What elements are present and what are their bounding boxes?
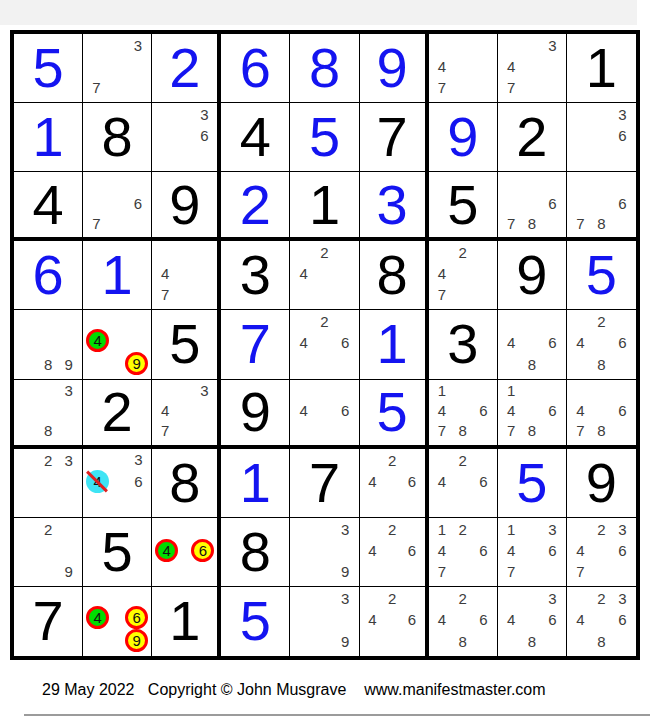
candidate-4: 4	[570, 609, 591, 630]
candidate-3: 3	[58, 450, 79, 471]
given-digit: 4	[32, 177, 63, 233]
cell-r1c7[interactable]: 47	[429, 34, 498, 103]
cell-r4c8[interactable]: 9	[498, 241, 567, 310]
candidate-1: 1	[432, 519, 453, 540]
given-digit: 8	[169, 455, 200, 511]
given-digit: 1	[169, 593, 200, 649]
candidate-6: 6	[473, 401, 494, 421]
cell-r6c6[interactable]: 5	[360, 380, 429, 449]
candidate-9: 9	[335, 561, 356, 582]
solved-digit: 5	[516, 455, 547, 511]
pencilmarks: 24	[293, 242, 355, 305]
cell-r7c8[interactable]: 5	[498, 449, 567, 518]
cell-r8c3[interactable]: 46	[152, 518, 221, 587]
pencilmarks: 38	[17, 381, 79, 441]
candidate-7: 7	[501, 561, 522, 582]
candidate-7: 7	[155, 284, 175, 305]
cell-r7c5[interactable]: 7	[290, 449, 359, 518]
pencilmarks: 14678	[501, 381, 563, 441]
candidate-8: 8	[521, 631, 542, 652]
pencilmarks: 46	[155, 519, 214, 582]
given-digit: 5	[169, 316, 200, 372]
cell-r9c1[interactable]: 7	[14, 587, 83, 656]
candidate-4-cyan-eliminated: 4	[86, 470, 109, 493]
candidate-8: 8	[591, 354, 612, 375]
candidate-6: 6	[128, 193, 149, 213]
pencilmarks: 246	[432, 450, 494, 513]
cell-r5c9[interactable]: 2468	[567, 310, 636, 379]
cell-r4c7[interactable]: 247	[429, 241, 498, 310]
candidate-2: 2	[314, 242, 335, 263]
candidate-2: 2	[452, 588, 473, 609]
cell-r6c8[interactable]: 14678	[498, 380, 567, 449]
candidate-6: 6	[542, 609, 563, 630]
candidate-4: 4	[293, 401, 314, 421]
cell-r3c2[interactable]: 67	[83, 172, 152, 241]
cell-r5c7[interactable]: 3	[429, 310, 498, 379]
candidate-2: 2	[452, 519, 473, 540]
candidate-6: 6	[473, 540, 494, 561]
footer-caption: 29 May 2022 Copyright © John Musgrave ww…	[42, 681, 546, 699]
given-digit: 1	[309, 177, 340, 233]
candidate-4-green-circle: 4	[155, 539, 178, 562]
candidate-2: 2	[382, 450, 402, 471]
candidate-3: 3	[129, 450, 149, 470]
given-digit: 5	[447, 177, 478, 233]
cell-r6c5[interactable]: 46	[290, 380, 359, 449]
candidate-6: 6	[195, 125, 215, 146]
cell-r7c7[interactable]: 246	[429, 449, 498, 518]
candidate-8: 8	[591, 421, 612, 441]
pencilmarks: 23468	[570, 588, 633, 652]
candidate-4: 4	[570, 401, 591, 421]
candidate-3: 3	[128, 35, 149, 56]
pencilmarks: 29	[17, 519, 79, 582]
candidate-4-green-circle: 4	[86, 606, 109, 629]
candidate-6: 6	[612, 540, 633, 561]
cell-r3c5[interactable]: 1	[290, 172, 359, 241]
pencilmarks: 2468	[570, 311, 633, 374]
pencilmarks: 39	[293, 588, 355, 652]
cell-r1c4[interactable]: 6	[221, 34, 290, 103]
cell-r8c5[interactable]: 39	[290, 518, 359, 587]
candidate-7: 7	[155, 421, 175, 441]
candidate-6: 6	[542, 540, 563, 561]
candidate-6-yellow-circle: 6	[125, 606, 148, 629]
candidate-2: 2	[38, 450, 59, 471]
solved-digit: 8	[309, 40, 340, 96]
candidate-7: 7	[432, 421, 453, 441]
candidate-6: 6	[612, 332, 633, 353]
cell-r4c9[interactable]: 5	[567, 241, 636, 310]
candidate-9: 9	[58, 354, 79, 375]
solved-digit: 6	[32, 247, 63, 303]
candidate-7: 7	[570, 421, 591, 441]
solved-digit: 5	[240, 593, 271, 649]
candidate-4: 4	[432, 401, 453, 421]
candidate-8: 8	[38, 354, 59, 375]
cell-r2c8[interactable]: 2	[498, 103, 567, 172]
cell-r6c1[interactable]: 38	[14, 380, 83, 449]
cell-r9c9[interactable]: 23468	[567, 587, 636, 656]
candidate-4: 4	[432, 540, 453, 561]
candidate-4: 4	[501, 56, 522, 77]
candidate-4: 4	[501, 609, 522, 630]
candidate-4: 4	[363, 609, 383, 630]
pencilmarks: 13467	[501, 519, 563, 582]
candidate-3: 3	[612, 519, 633, 540]
candidate-8: 8	[591, 213, 612, 233]
candidate-4: 4	[501, 401, 522, 421]
candidate-6: 6	[612, 401, 633, 421]
candidate-2: 2	[591, 311, 612, 332]
pencilmarks: 46	[293, 381, 355, 441]
cell-r9c3[interactable]: 1	[152, 587, 221, 656]
candidate-6: 6	[473, 609, 494, 630]
given-digit: 1	[586, 40, 617, 96]
given-digit: 7	[32, 593, 63, 649]
window-chrome-strip	[0, 0, 637, 25]
candidate-9-yellow-circle: 9	[125, 629, 148, 652]
candidate-8: 8	[452, 631, 473, 652]
cell-r4c6[interactable]: 8	[360, 241, 429, 310]
solved-digit: 9	[447, 109, 478, 165]
given-digit: 5	[102, 524, 133, 580]
candidate-6: 6	[402, 471, 422, 492]
pencilmarks: 346	[86, 450, 148, 513]
pencilmarks: 3468	[501, 588, 563, 652]
candidate-7: 7	[501, 213, 522, 233]
candidate-2: 2	[452, 242, 473, 263]
solved-digit: 2	[169, 40, 200, 96]
candidate-4: 4	[363, 471, 383, 492]
candidate-4: 4	[432, 263, 453, 284]
cell-r3c1[interactable]: 4	[14, 172, 83, 241]
cell-r2c4[interactable]: 4	[221, 103, 290, 172]
cell-r9c7[interactable]: 2468	[429, 587, 498, 656]
cell-r6c4[interactable]: 9	[221, 380, 290, 449]
cell-r1c3[interactable]: 2	[152, 34, 221, 103]
given-digit: 8	[240, 524, 271, 580]
sudoku-board: 5372689473471183645792364679213567867861…	[10, 30, 640, 660]
cell-r4c2[interactable]: 1	[83, 241, 152, 310]
cell-r4c3[interactable]: 47	[152, 241, 221, 310]
candidate-8: 8	[521, 421, 542, 441]
candidate-7: 7	[86, 77, 107, 98]
candidate-2: 2	[591, 519, 612, 540]
candidate-6: 6	[402, 609, 422, 630]
candidate-4: 4	[570, 540, 591, 561]
cell-r9c6[interactable]: 246	[360, 587, 429, 656]
pencilmarks: 23467	[570, 519, 633, 582]
candidate-6: 6	[542, 193, 563, 213]
pencilmarks: 39	[293, 519, 355, 582]
candidate-6: 6	[402, 540, 422, 561]
cell-r3c7[interactable]: 5	[429, 172, 498, 241]
pencilmarks: 49	[86, 311, 148, 374]
cell-r2c7[interactable]: 9	[429, 103, 498, 172]
candidate-2: 2	[38, 519, 59, 540]
cell-r1c8[interactable]: 347	[498, 34, 567, 103]
cell-r2c2[interactable]: 8	[83, 103, 152, 172]
candidate-6: 6	[335, 332, 356, 353]
solved-digit: 7	[240, 316, 271, 372]
solved-digit: 1	[102, 247, 133, 303]
candidate-3: 3	[58, 381, 79, 401]
pencilmarks: 67	[86, 173, 148, 233]
cell-r8c4[interactable]: 8	[221, 518, 290, 587]
candidate-3: 3	[195, 104, 215, 125]
candidate-4: 4	[155, 401, 175, 421]
cell-r8c6[interactable]: 246	[360, 518, 429, 587]
candidate-8: 8	[591, 631, 612, 652]
candidate-3: 3	[195, 381, 215, 401]
cell-r3c6[interactable]: 3	[360, 172, 429, 241]
cell-r6c3[interactable]: 347	[152, 380, 221, 449]
candidate-3: 3	[335, 588, 356, 609]
given-digit: 9	[516, 247, 547, 303]
candidate-6-yellow-circle: 6	[191, 539, 214, 562]
cell-r7c6[interactable]: 246	[360, 449, 429, 518]
given-digit: 4	[240, 109, 271, 165]
candidate-6: 6	[612, 609, 633, 630]
cell-r7c1[interactable]: 23	[14, 449, 83, 518]
pencilmarks: 4678	[570, 381, 633, 441]
cell-r4c5[interactable]: 24	[290, 241, 359, 310]
candidate-2: 2	[452, 450, 473, 471]
pencilmarks: 47	[432, 35, 494, 98]
candidate-2: 2	[382, 588, 402, 609]
candidate-7: 7	[501, 421, 522, 441]
candidate-1: 1	[501, 519, 522, 540]
pencilmarks: 12467	[432, 519, 494, 582]
cell-r8c1[interactable]: 29	[14, 518, 83, 587]
pencilmarks: 246	[363, 519, 422, 582]
candidate-9-yellow-circle: 9	[125, 352, 148, 375]
given-digit: 3	[240, 247, 271, 303]
candidate-1: 1	[432, 381, 453, 401]
cell-r1c1[interactable]: 5	[14, 34, 83, 103]
candidate-7: 7	[501, 77, 522, 98]
cell-r8c8[interactable]: 13467	[498, 518, 567, 587]
candidate-7: 7	[86, 213, 107, 233]
pencilmarks: 246	[363, 588, 422, 652]
solved-digit: 5	[377, 384, 408, 440]
candidate-7: 7	[570, 213, 591, 233]
given-digit: 9	[240, 384, 271, 440]
cell-r9c8[interactable]: 3468	[498, 587, 567, 656]
candidate-4: 4	[432, 609, 453, 630]
pencilmarks: 247	[432, 242, 494, 305]
cell-r1c2[interactable]: 37	[83, 34, 152, 103]
given-digit: 7	[309, 455, 340, 511]
candidate-9: 9	[58, 561, 79, 582]
candidate-4: 4	[432, 471, 453, 492]
candidate-3: 3	[542, 519, 563, 540]
candidate-3: 3	[612, 588, 633, 609]
candidate-4: 4	[432, 56, 453, 77]
given-digit: 3	[447, 316, 478, 372]
candidate-3: 3	[612, 104, 633, 125]
cell-r6c7[interactable]: 14678	[429, 380, 498, 449]
pencilmarks: 678	[570, 173, 633, 233]
cell-r5c4[interactable]: 7	[221, 310, 290, 379]
candidate-8: 8	[38, 421, 59, 441]
cell-r5c5[interactable]: 246	[290, 310, 359, 379]
candidate-4-green-circle: 4	[86, 329, 109, 352]
pencilmarks: 89	[17, 311, 79, 374]
cell-r5c3[interactable]: 5	[152, 310, 221, 379]
solved-digit: 5	[586, 247, 617, 303]
pencilmarks: 47	[155, 242, 214, 305]
candidate-9: 9	[335, 631, 356, 652]
cell-r9c4[interactable]: 5	[221, 587, 290, 656]
candidate-2: 2	[591, 588, 612, 609]
given-digit: 9	[586, 455, 617, 511]
candidate-4: 4	[501, 540, 522, 561]
cell-r4c4[interactable]: 3	[221, 241, 290, 310]
cell-r5c6[interactable]: 1	[360, 310, 429, 379]
given-digit: 2	[102, 384, 133, 440]
bottom-divider	[24, 714, 650, 716]
candidate-6: 6	[612, 193, 633, 213]
pencilmarks: 678	[501, 173, 563, 233]
cell-r5c1[interactable]: 89	[14, 310, 83, 379]
cell-r8c2[interactable]: 5	[83, 518, 152, 587]
cell-r8c9[interactable]: 23467	[567, 518, 636, 587]
cell-r3c9[interactable]: 678	[567, 172, 636, 241]
pencilmarks: 468	[501, 311, 563, 374]
cell-r5c8[interactable]: 468	[498, 310, 567, 379]
candidate-7: 7	[432, 77, 453, 98]
candidate-8: 8	[521, 354, 542, 375]
candidate-8: 8	[521, 213, 542, 233]
cell-r5c2[interactable]: 49	[83, 310, 152, 379]
given-digit: 2	[516, 109, 547, 165]
given-digit: 9	[169, 177, 200, 233]
cell-r1c6[interactable]: 9	[360, 34, 429, 103]
pencilmarks: 469	[86, 588, 148, 652]
pencilmarks: 23	[17, 450, 79, 513]
pencilmarks: 347	[501, 35, 563, 98]
candidate-6: 6	[335, 401, 356, 421]
given-digit: 8	[102, 109, 133, 165]
candidate-3: 3	[542, 588, 563, 609]
cell-r7c4[interactable]: 1	[221, 449, 290, 518]
solved-digit: 5	[309, 109, 340, 165]
candidate-7: 7	[570, 561, 591, 582]
candidate-4: 4	[363, 540, 383, 561]
candidate-3: 3	[542, 35, 563, 56]
cell-r2c3[interactable]: 36	[152, 103, 221, 172]
cell-r9c2[interactable]: 469	[83, 587, 152, 656]
candidate-4: 4	[155, 263, 175, 284]
candidate-7: 7	[432, 284, 453, 305]
pencilmarks: 14678	[432, 381, 494, 441]
cell-r9c5[interactable]: 39	[290, 587, 359, 656]
pencilmarks: 37	[86, 35, 148, 98]
candidate-6: 6	[542, 401, 563, 421]
pencilmarks: 36	[570, 104, 633, 167]
solved-digit: 5	[32, 40, 63, 96]
cell-r3c3[interactable]: 9	[152, 172, 221, 241]
solved-digit: 3	[377, 177, 408, 233]
pencilmarks: 246	[363, 450, 422, 513]
cell-r8c7[interactable]: 12467	[429, 518, 498, 587]
candidate-2: 2	[314, 311, 335, 332]
pencilmarks: 36	[155, 104, 214, 167]
given-digit: 7	[377, 109, 408, 165]
cell-r7c2[interactable]: 346	[83, 449, 152, 518]
cell-r6c9[interactable]: 4678	[567, 380, 636, 449]
cell-r6c2[interactable]: 2	[83, 380, 152, 449]
candidate-1: 1	[501, 381, 522, 401]
candidate-4: 4	[293, 332, 314, 353]
candidate-4: 4	[570, 332, 591, 353]
solved-digit: 1	[240, 455, 271, 511]
solved-digit: 6	[240, 40, 271, 96]
cell-r7c3[interactable]: 8	[152, 449, 221, 518]
cell-r4c1[interactable]: 6	[14, 241, 83, 310]
solved-digit: 2	[240, 177, 271, 233]
candidate-8: 8	[452, 421, 473, 441]
cell-r2c1[interactable]: 1	[14, 103, 83, 172]
candidate-4: 4	[293, 263, 314, 284]
candidate-6: 6	[129, 470, 149, 493]
cell-r3c4[interactable]: 2	[221, 172, 290, 241]
pencilmarks: 246	[293, 311, 355, 374]
cell-r1c9[interactable]: 1	[567, 34, 636, 103]
candidate-3: 3	[335, 519, 356, 540]
sudoku-app-screen: 5372689473471183645792364679213567867861…	[0, 0, 650, 720]
candidate-6: 6	[612, 125, 633, 146]
candidate-6: 6	[473, 471, 494, 492]
pencilmarks: 2468	[432, 588, 494, 652]
given-digit: 8	[377, 247, 408, 303]
solved-digit: 1	[32, 109, 63, 165]
cell-r7c9[interactable]: 9	[567, 449, 636, 518]
candidate-7: 7	[432, 561, 453, 582]
solved-digit: 9	[377, 40, 408, 96]
solved-digit: 1	[377, 316, 408, 372]
cell-r2c6[interactable]: 7	[360, 103, 429, 172]
cell-r1c5[interactable]: 8	[290, 34, 359, 103]
cell-r2c9[interactable]: 36	[567, 103, 636, 172]
candidate-2: 2	[382, 519, 402, 540]
cell-r3c8[interactable]: 678	[498, 172, 567, 241]
candidate-4: 4	[501, 332, 522, 353]
candidate-6: 6	[542, 332, 563, 353]
pencilmarks: 347	[155, 381, 214, 441]
cell-r2c5[interactable]: 5	[290, 103, 359, 172]
